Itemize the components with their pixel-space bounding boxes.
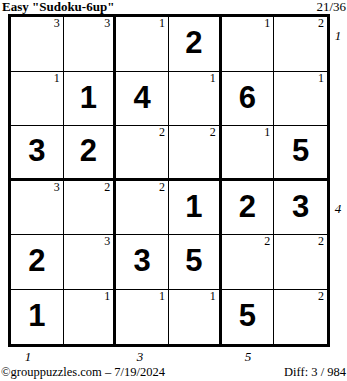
cell-r1c1[interactable]: 3 bbox=[11, 17, 64, 72]
pencil-mark: 1 bbox=[159, 17, 165, 30]
cell-r5c1[interactable]: 2 bbox=[11, 235, 64, 290]
cell-r3c5[interactable]: 1 bbox=[222, 126, 275, 181]
col-label-1: 1 bbox=[21, 349, 35, 365]
cell-r1c4[interactable]: 2 bbox=[169, 17, 222, 72]
cell-r3c2[interactable]: 2 bbox=[64, 126, 117, 181]
pencil-mark: 2 bbox=[210, 126, 216, 139]
col-label-3: 3 bbox=[133, 349, 147, 365]
cell-r6c1[interactable]: 1 bbox=[11, 290, 64, 345]
difficulty-text: Diff: 3 / 984 bbox=[284, 365, 346, 380]
cell-r2c6[interactable]: 1 bbox=[274, 72, 327, 127]
cell-r2c3[interactable]: 4 bbox=[116, 72, 169, 127]
given-digit: 1 bbox=[28, 300, 45, 331]
cell-r5c5[interactable]: 2 bbox=[222, 235, 275, 290]
copyright-text: ©grouppuzzles.com – 7/19/2024 bbox=[1, 365, 165, 380]
cell-r5c3[interactable]: 3 bbox=[116, 235, 169, 290]
given-digit: 3 bbox=[28, 135, 45, 166]
puzzle-page: Easy "Sudoku-6up" 21/36 3312121141613222… bbox=[0, 0, 347, 381]
cell-r4c1[interactable]: 3 bbox=[11, 181, 64, 236]
pencil-mark: 2 bbox=[264, 235, 270, 248]
cell-r5c2[interactable]: 3 bbox=[64, 235, 117, 290]
given-digit: 3 bbox=[292, 191, 309, 222]
given-digit: 6 bbox=[239, 82, 256, 113]
cell-r3c6[interactable]: 5 bbox=[274, 126, 327, 181]
puzzle-counter: 21/36 bbox=[316, 0, 346, 15]
cell-r4c2[interactable]: 2 bbox=[64, 181, 117, 236]
cell-r6c3[interactable]: 1 bbox=[116, 290, 169, 345]
given-digit: 2 bbox=[28, 245, 45, 276]
pencil-mark: 2 bbox=[318, 17, 324, 30]
pencil-mark: 2 bbox=[318, 235, 324, 248]
cell-r3c3[interactable]: 2 bbox=[116, 126, 169, 181]
sudoku-board: 331212114161322215322123233522111152 bbox=[8, 14, 330, 347]
pencil-mark: 3 bbox=[104, 17, 110, 30]
pencil-mark: 1 bbox=[264, 126, 270, 139]
given-digit: 2 bbox=[80, 135, 97, 166]
col-label-5: 5 bbox=[241, 349, 255, 365]
row-label-4: 4 bbox=[331, 201, 345, 217]
given-digit: 5 bbox=[292, 135, 309, 166]
given-digit: 1 bbox=[80, 82, 97, 113]
cell-r2c1[interactable]: 1 bbox=[11, 72, 64, 127]
pencil-mark: 2 bbox=[159, 181, 165, 194]
pencil-mark: 3 bbox=[54, 17, 60, 30]
cell-r6c4[interactable]: 1 bbox=[169, 290, 222, 345]
cell-r3c4[interactable]: 2 bbox=[169, 126, 222, 181]
cell-r5c4[interactable]: 5 bbox=[169, 235, 222, 290]
cell-r4c4[interactable]: 1 bbox=[169, 181, 222, 236]
cell-r1c6[interactable]: 2 bbox=[274, 17, 327, 72]
cell-r1c5[interactable]: 1 bbox=[222, 17, 275, 72]
given-digit: 5 bbox=[239, 300, 256, 331]
cell-r6c5[interactable]: 5 bbox=[222, 290, 275, 345]
cell-r1c3[interactable]: 1 bbox=[116, 17, 169, 72]
given-digit: 1 bbox=[185, 191, 202, 222]
cell-r3c1[interactable]: 3 bbox=[11, 126, 64, 181]
given-digit: 3 bbox=[134, 245, 151, 276]
given-digit: 2 bbox=[185, 27, 202, 58]
pencil-mark: 1 bbox=[54, 72, 60, 85]
page-title: Easy "Sudoku-6up" bbox=[2, 0, 114, 15]
given-digit: 2 bbox=[239, 191, 256, 222]
pencil-mark: 2 bbox=[159, 126, 165, 139]
cell-r5c6[interactable]: 2 bbox=[274, 235, 327, 290]
pencil-mark: 1 bbox=[104, 290, 110, 303]
pencil-mark: 3 bbox=[54, 181, 60, 194]
cell-r1c2[interactable]: 3 bbox=[64, 17, 117, 72]
pencil-mark: 1 bbox=[264, 17, 270, 30]
pencil-mark: 2 bbox=[104, 181, 110, 194]
pencil-mark: 1 bbox=[210, 290, 216, 303]
cell-r4c3[interactable]: 2 bbox=[116, 181, 169, 236]
cell-r2c4[interactable]: 1 bbox=[169, 72, 222, 127]
pencil-mark: 1 bbox=[318, 72, 324, 85]
pencil-mark: 1 bbox=[210, 72, 216, 85]
pencil-mark: 1 bbox=[159, 290, 165, 303]
given-digit: 4 bbox=[134, 82, 151, 113]
pencil-mark: 3 bbox=[104, 235, 110, 248]
given-digit: 5 bbox=[185, 245, 202, 276]
cell-r2c2[interactable]: 1 bbox=[64, 72, 117, 127]
cell-r6c2[interactable]: 1 bbox=[64, 290, 117, 345]
pencil-mark: 2 bbox=[318, 290, 324, 303]
cell-r4c6[interactable]: 3 bbox=[274, 181, 327, 236]
cell-r2c5[interactable]: 6 bbox=[222, 72, 275, 127]
cell-r4c5[interactable]: 2 bbox=[222, 181, 275, 236]
row-label-1: 1 bbox=[331, 28, 345, 44]
cell-r6c6[interactable]: 2 bbox=[274, 290, 327, 345]
